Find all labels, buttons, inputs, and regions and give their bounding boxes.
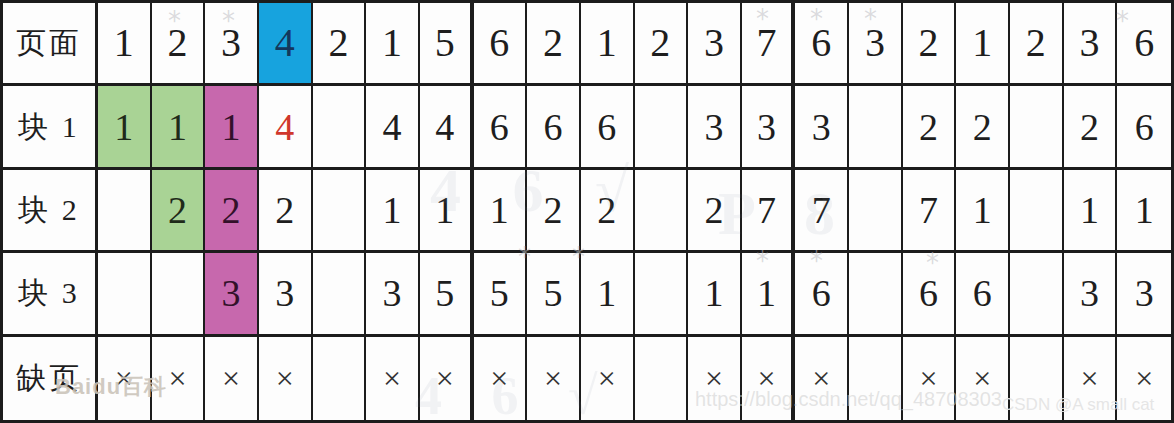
cell-frame2-c19: 1 <box>1064 170 1118 253</box>
page-replacement-diagram: 页面12342156212376321236块 1111444666333222… <box>0 0 1174 423</box>
cell-page-c7: 5 <box>420 3 474 86</box>
cell-frame2-c1 <box>98 170 152 253</box>
cell-frame1-c19: 2 <box>1064 86 1118 169</box>
cell-fault-c6: × <box>366 337 420 420</box>
cell-page-c3: 3 <box>205 3 259 86</box>
cell-frame3-c17: 6 <box>956 253 1010 336</box>
cell-frame1-c14: 3 <box>795 86 849 169</box>
row-label-frame1: 块 1 <box>3 86 98 169</box>
cell-page-c9: 2 <box>527 3 581 86</box>
cell-frame1-c2: 1 <box>152 86 206 169</box>
cell-frame2-c5 <box>313 170 367 253</box>
cell-frame2-c3: 2 <box>205 170 259 253</box>
cell-frame1-c3: 1 <box>205 86 259 169</box>
cell-frame3-c9: 5 <box>527 253 581 336</box>
cell-frame3-c19: 3 <box>1064 253 1118 336</box>
cell-page-c11: 2 <box>635 3 689 86</box>
cell-frame3-c8: 5 <box>474 253 528 336</box>
cell-page-c16: 2 <box>903 3 957 86</box>
cell-frame2-c20: 1 <box>1117 170 1171 253</box>
cell-frame3-c1 <box>98 253 152 336</box>
cell-frame2-c14: 7 <box>795 170 849 253</box>
cell-page-c2: 2 <box>152 3 206 86</box>
cell-fault-c7: × <box>420 337 474 420</box>
cell-page-c20: 6 <box>1117 3 1171 86</box>
cell-frame1-c17: 2 <box>956 86 1010 169</box>
cell-page-c1: 1 <box>98 3 152 86</box>
cell-frame1-c6: 4 <box>366 86 420 169</box>
cell-frame2-c13: 7 <box>742 170 796 253</box>
cell-fault-c5 <box>313 337 367 420</box>
cell-frame1-c5 <box>313 86 367 169</box>
cell-page-c17: 1 <box>956 3 1010 86</box>
cell-frame2-c7: 1 <box>420 170 474 253</box>
cell-fault-c10: × <box>581 337 635 420</box>
cell-frame1-c18 <box>1010 86 1064 169</box>
cell-frame3-c13: 1 <box>742 253 796 336</box>
row-label-fault: 缺页 <box>3 337 98 420</box>
cell-fault-c9: × <box>527 337 581 420</box>
cell-page-c18: 2 <box>1010 3 1064 86</box>
cell-frame2-c12: 2 <box>688 170 742 253</box>
cell-page-c5: 2 <box>313 3 367 86</box>
cell-frame1-c10: 6 <box>581 86 635 169</box>
cell-frame3-c11 <box>635 253 689 336</box>
row-label-page: 页面 <box>3 3 98 86</box>
cell-frame3-c12: 1 <box>688 253 742 336</box>
cell-frame2-c17: 1 <box>956 170 1010 253</box>
cell-page-c19: 3 <box>1064 3 1118 86</box>
row-label-frame3: 块 3 <box>3 253 98 336</box>
fifo-table: 页面12342156212376321236块 1111444666333222… <box>0 0 1174 423</box>
cell-frame3-c6: 3 <box>366 253 420 336</box>
cell-frame3-c7: 5 <box>420 253 474 336</box>
cell-frame2-c6: 1 <box>366 170 420 253</box>
cell-fault-c4: × <box>259 337 313 420</box>
cell-frame3-c18 <box>1010 253 1064 336</box>
cell-frame2-c18 <box>1010 170 1064 253</box>
cell-frame1-c11 <box>635 86 689 169</box>
cell-frame2-c9: 2 <box>527 170 581 253</box>
cell-frame1-c1: 1 <box>98 86 152 169</box>
cell-fault-c18 <box>1010 337 1064 420</box>
cell-page-c4: 4 <box>259 3 313 86</box>
cell-fault-c19: × <box>1064 337 1118 420</box>
cell-frame3-c4: 3 <box>259 253 313 336</box>
cell-fault-c11 <box>635 337 689 420</box>
cell-frame2-c15 <box>849 170 903 253</box>
cell-fault-c13: × <box>742 337 796 420</box>
cell-fault-c16: × <box>903 337 957 420</box>
cell-frame1-c12: 3 <box>688 86 742 169</box>
cell-frame2-c16: 7 <box>903 170 957 253</box>
cell-frame3-c2 <box>152 253 206 336</box>
cell-fault-c8: × <box>474 337 528 420</box>
cell-frame2-c4: 2 <box>259 170 313 253</box>
cell-fault-c14: × <box>795 337 849 420</box>
cell-page-c6: 1 <box>366 3 420 86</box>
cell-frame3-c16: 6 <box>903 253 957 336</box>
cell-frame3-c5 <box>313 253 367 336</box>
cell-frame1-c4: 4 <box>259 86 313 169</box>
cell-frame3-c15 <box>849 253 903 336</box>
cell-frame3-c3: 3 <box>205 253 259 336</box>
cell-frame3-c10: 1 <box>581 253 635 336</box>
cell-frame1-c16: 2 <box>903 86 957 169</box>
cell-page-c12: 3 <box>688 3 742 86</box>
cell-fault-c1: × <box>98 337 152 420</box>
cell-frame3-c14: 6 <box>795 253 849 336</box>
cell-frame2-c10: 2 <box>581 170 635 253</box>
cell-page-c14: 6 <box>795 3 849 86</box>
cell-fault-c15 <box>849 337 903 420</box>
cell-frame2-c11 <box>635 170 689 253</box>
cell-frame1-c20: 6 <box>1117 86 1171 169</box>
cell-fault-c12: × <box>688 337 742 420</box>
cell-page-c10: 1 <box>581 3 635 86</box>
cell-frame1-c9: 6 <box>527 86 581 169</box>
cell-page-c13: 7 <box>742 3 796 86</box>
cell-fault-c17: × <box>956 337 1010 420</box>
cell-page-c15: 3 <box>849 3 903 86</box>
cell-frame1-c8: 6 <box>474 86 528 169</box>
row-label-frame2: 块 2 <box>3 170 98 253</box>
cell-frame1-c15 <box>849 86 903 169</box>
cell-frame1-c7: 4 <box>420 86 474 169</box>
cell-fault-c3: × <box>205 337 259 420</box>
cell-page-c8: 6 <box>474 3 528 86</box>
cell-fault-c2: × <box>152 337 206 420</box>
cell-frame3-c20: 3 <box>1117 253 1171 336</box>
cell-frame2-c2: 2 <box>152 170 206 253</box>
cell-frame2-c8: 1 <box>474 170 528 253</box>
cell-frame1-c13: 3 <box>742 86 796 169</box>
cell-fault-c20: × <box>1117 337 1171 420</box>
